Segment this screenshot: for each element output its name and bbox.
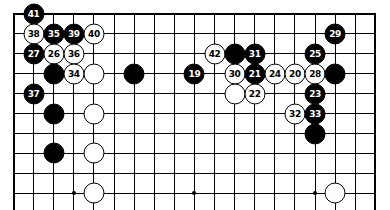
stone-white-40: 40	[83, 23, 104, 44]
stone-black-plain	[325, 63, 346, 84]
stone-white-20: 20	[284, 63, 305, 84]
stone-black-35: 35	[43, 23, 64, 44]
stone-black-37: 37	[23, 83, 44, 104]
grid-line-vertical-6	[134, 13, 135, 210]
stone-white-plain	[83, 103, 104, 124]
grid-line-vertical-7	[154, 13, 155, 210]
grid-line-horizontal-7	[13, 153, 377, 154]
stone-black-41: 41	[23, 4, 44, 25]
stone-white-36: 36	[63, 43, 84, 64]
stone-black-23: 23	[305, 83, 326, 104]
star-point	[313, 191, 317, 195]
stone-black-19: 19	[184, 63, 205, 84]
stone-black-29: 29	[325, 23, 346, 44]
stone-white-plain	[83, 183, 104, 204]
star-point	[192, 191, 196, 195]
grid-line-vertical-17	[355, 13, 356, 210]
stone-black-plain	[43, 103, 64, 124]
stone-black-31: 31	[244, 43, 265, 64]
stone-white-plain	[83, 143, 104, 164]
stone-white-30: 30	[224, 63, 245, 84]
stone-white-38: 38	[23, 23, 44, 44]
stone-white-plain	[325, 183, 346, 204]
grid-line-vertical-18	[374, 13, 376, 210]
stone-black-33: 33	[305, 103, 326, 124]
stone-white-28: 28	[305, 63, 326, 84]
stone-white-plain	[224, 83, 245, 104]
grid-line-horizontal-8	[13, 173, 377, 174]
stone-black-plain	[124, 63, 145, 84]
stone-black-plain	[305, 123, 326, 144]
stone-white-plain	[83, 63, 104, 84]
go-board-surface: 4138353940292726364231253419302124202837…	[0, 0, 390, 210]
stone-white-22: 22	[244, 83, 265, 104]
stone-white-34: 34	[63, 63, 84, 84]
stone-white-26: 26	[43, 43, 64, 64]
stone-white-32: 32	[284, 103, 305, 124]
grid-line-vertical-13	[274, 13, 275, 210]
grid-line-horizontal-0	[13, 13, 377, 15]
go-kifu-diagram: 4138353940292726364231253419302124202837…	[0, 0, 390, 210]
grid-line-vertical-0	[13, 13, 15, 210]
stone-black-21: 21	[244, 63, 265, 84]
grid-line-vertical-5	[114, 13, 115, 210]
stone-black-plain	[43, 63, 64, 84]
stone-white-42: 42	[204, 43, 225, 64]
grid-line-vertical-8	[174, 13, 175, 210]
stone-white-24: 24	[264, 63, 285, 84]
stone-black-plain	[43, 143, 64, 164]
grid-line-vertical-9	[194, 13, 195, 210]
star-point	[72, 191, 76, 195]
stone-black-25: 25	[305, 43, 326, 64]
stone-black-27: 27	[23, 43, 44, 64]
stone-black-plain	[224, 43, 245, 64]
stone-black-39: 39	[63, 23, 84, 44]
